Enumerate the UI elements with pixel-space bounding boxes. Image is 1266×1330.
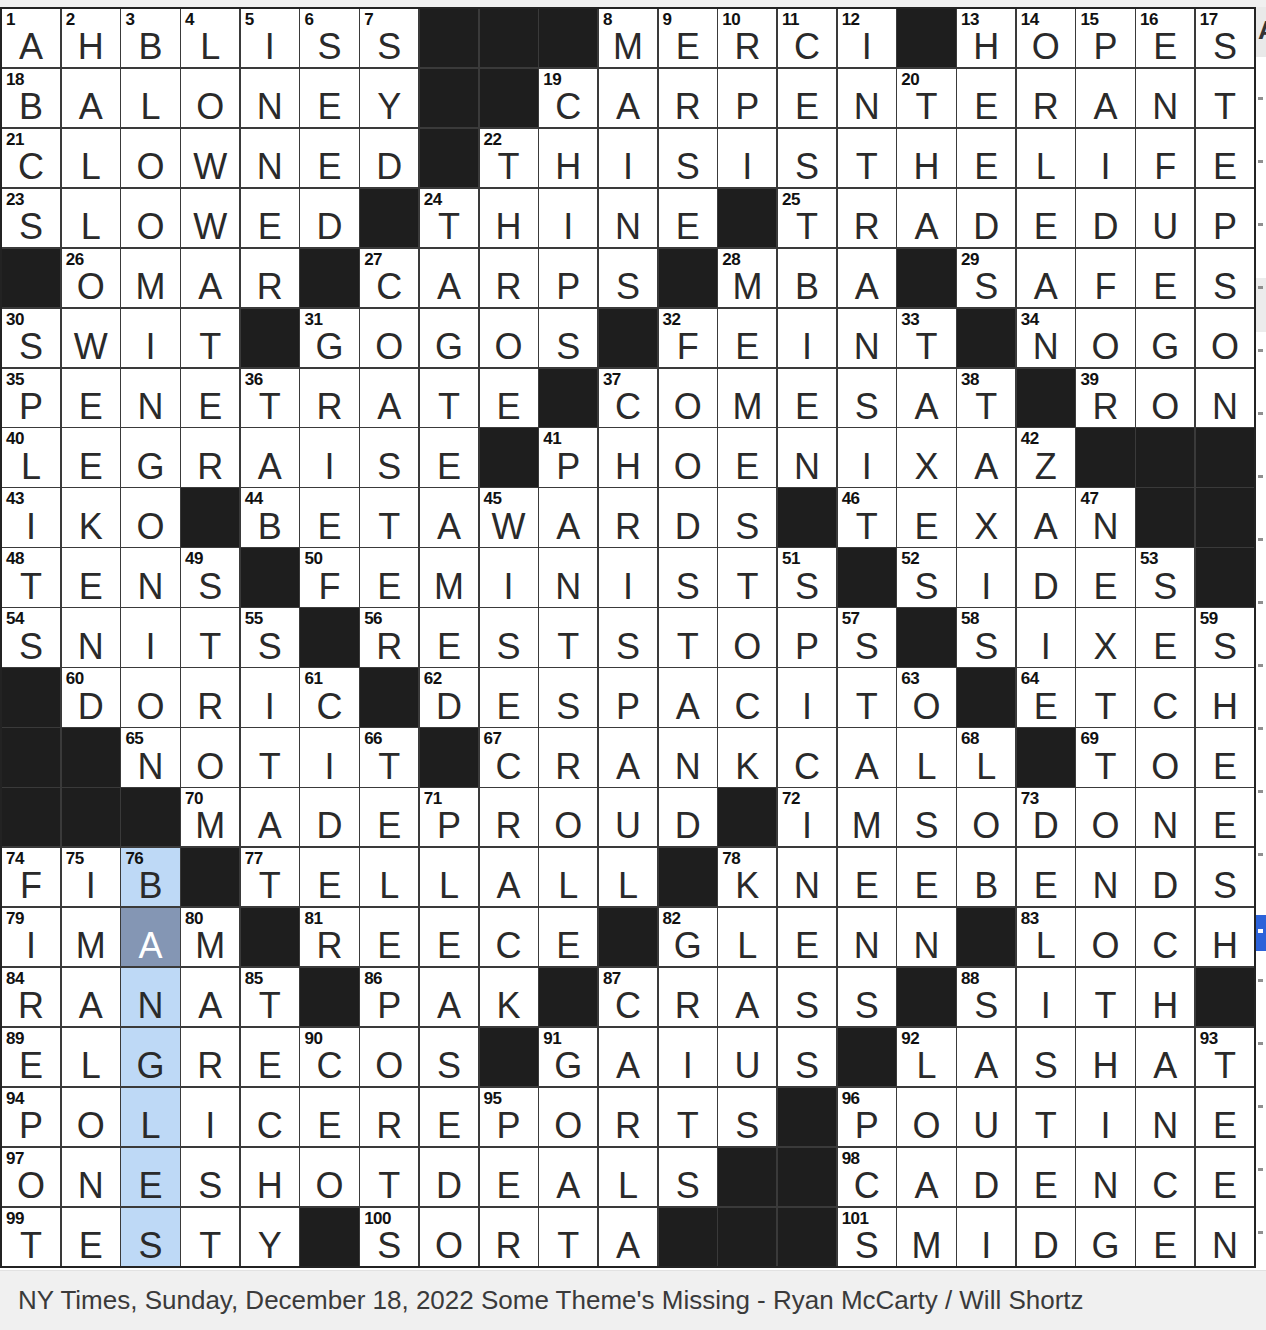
cell-r6c3[interactable]: I bbox=[121, 309, 179, 367]
cell-r17c18[interactable]: I bbox=[1017, 968, 1075, 1026]
cell-r15c8[interactable]: L bbox=[420, 848, 478, 906]
cell-r2c20[interactable]: N bbox=[1136, 69, 1194, 127]
cell-r2c6[interactable]: E bbox=[300, 69, 358, 127]
cell-r13c11[interactable]: A bbox=[599, 728, 657, 786]
cell-r21c20[interactable]: E bbox=[1136, 1208, 1194, 1266]
cell-r21c1[interactable]: 99T bbox=[2, 1208, 60, 1266]
cell-r11c7[interactable]: 56R bbox=[360, 608, 418, 666]
cell-r5c18[interactable]: A bbox=[1017, 249, 1075, 307]
cell-r8c6[interactable]: I bbox=[300, 428, 358, 486]
cell-r14c11[interactable]: U bbox=[599, 788, 657, 846]
cell-r12c14[interactable]: I bbox=[778, 668, 836, 726]
cell-r10c1[interactable]: 48T bbox=[2, 548, 60, 606]
cell-r2c10[interactable]: 19C bbox=[539, 69, 597, 127]
cell-r11c14[interactable]: P bbox=[778, 608, 836, 666]
cell-r17c20[interactable]: H bbox=[1136, 968, 1194, 1026]
cell-r14c16[interactable]: S bbox=[897, 788, 955, 846]
cell-r13c12[interactable]: N bbox=[659, 728, 717, 786]
cell-r19c9[interactable]: 95P bbox=[480, 1088, 538, 1146]
cell-r19c10[interactable]: O bbox=[539, 1088, 597, 1146]
cell-r1c1[interactable]: 1A bbox=[2, 9, 60, 67]
cell-r18c13[interactable]: U bbox=[718, 1028, 776, 1086]
cell-r8c14[interactable]: N bbox=[778, 428, 836, 486]
cell-r8c13[interactable]: E bbox=[718, 428, 776, 486]
cell-r2c21[interactable]: T bbox=[1196, 69, 1254, 127]
cell-r17c3[interactable]: N bbox=[121, 968, 179, 1026]
cell-r21c21[interactable]: N bbox=[1196, 1208, 1254, 1266]
cell-r18c1[interactable]: 89E bbox=[2, 1028, 60, 1086]
cell-r1c18[interactable]: 14O bbox=[1017, 9, 1075, 67]
cell-r7c8[interactable]: T bbox=[420, 369, 478, 427]
cell-r13c5[interactable]: T bbox=[241, 728, 299, 786]
cell-r20c12[interactable]: S bbox=[659, 1148, 717, 1206]
cell-r11c4[interactable]: T bbox=[181, 608, 239, 666]
cell-r4c19[interactable]: D bbox=[1076, 189, 1134, 247]
cell-r21c8[interactable]: O bbox=[420, 1208, 478, 1266]
cell-r21c18[interactable]: D bbox=[1017, 1208, 1075, 1266]
cell-r14c21[interactable]: E bbox=[1196, 788, 1254, 846]
cell-r19c2[interactable]: O bbox=[62, 1088, 120, 1146]
cell-r5c9[interactable]: R bbox=[480, 249, 538, 307]
cell-r12c9[interactable]: E bbox=[480, 668, 538, 726]
cell-r16c21[interactable]: H bbox=[1196, 908, 1254, 966]
cell-r9c12[interactable]: D bbox=[659, 488, 717, 546]
cell-r4c20[interactable]: U bbox=[1136, 189, 1194, 247]
cell-r12c16[interactable]: 63O bbox=[897, 668, 955, 726]
cell-r7c13[interactable]: M bbox=[718, 369, 776, 427]
cell-r13c20[interactable]: O bbox=[1136, 728, 1194, 786]
cell-r6c13[interactable]: E bbox=[718, 309, 776, 367]
cell-r6c7[interactable]: O bbox=[360, 309, 418, 367]
cell-r17c5[interactable]: 85T bbox=[241, 968, 299, 1026]
cell-r7c11[interactable]: 37C bbox=[599, 369, 657, 427]
cell-r14c14[interactable]: 72I bbox=[778, 788, 836, 846]
cell-r4c11[interactable]: N bbox=[599, 189, 657, 247]
cell-r19c20[interactable]: N bbox=[1136, 1088, 1194, 1146]
cell-r14c4[interactable]: 70M bbox=[181, 788, 239, 846]
cell-r20c10[interactable]: A bbox=[539, 1148, 597, 1206]
cell-r2c11[interactable]: A bbox=[599, 69, 657, 127]
cell-r8c1[interactable]: 40L bbox=[2, 428, 60, 486]
cell-r13c3[interactable]: 65N bbox=[121, 728, 179, 786]
cell-r7c20[interactable]: O bbox=[1136, 369, 1194, 427]
cell-r19c11[interactable]: R bbox=[599, 1088, 657, 1146]
cell-r15c18[interactable]: E bbox=[1017, 848, 1075, 906]
cell-r5c17[interactable]: 29S bbox=[957, 249, 1015, 307]
cell-r17c1[interactable]: 84R bbox=[2, 968, 60, 1026]
cell-r6c6[interactable]: 31G bbox=[300, 309, 358, 367]
cell-r2c2[interactable]: A bbox=[62, 69, 120, 127]
cell-r14c9[interactable]: R bbox=[480, 788, 538, 846]
cell-r3c12[interactable]: S bbox=[659, 129, 717, 187]
cell-r13c6[interactable]: I bbox=[300, 728, 358, 786]
cell-r10c7[interactable]: E bbox=[360, 548, 418, 606]
cell-r13c4[interactable]: O bbox=[181, 728, 239, 786]
cell-r4c17[interactable]: D bbox=[957, 189, 1015, 247]
cell-r12c8[interactable]: 62D bbox=[420, 668, 478, 726]
cell-r16c19[interactable]: O bbox=[1076, 908, 1134, 966]
cell-r20c9[interactable]: E bbox=[480, 1148, 538, 1206]
cell-r11c11[interactable]: S bbox=[599, 608, 657, 666]
cell-r12c18[interactable]: 64E bbox=[1017, 668, 1075, 726]
cell-r19c16[interactable]: O bbox=[897, 1088, 955, 1146]
cell-r18c17[interactable]: A bbox=[957, 1028, 1015, 1086]
cell-r12c3[interactable]: O bbox=[121, 668, 179, 726]
cell-r14c12[interactable]: D bbox=[659, 788, 717, 846]
cell-r20c8[interactable]: D bbox=[420, 1148, 478, 1206]
cell-r2c14[interactable]: E bbox=[778, 69, 836, 127]
cell-r3c14[interactable]: S bbox=[778, 129, 836, 187]
cell-r16c7[interactable]: E bbox=[360, 908, 418, 966]
cell-r13c9[interactable]: 67C bbox=[480, 728, 538, 786]
cell-r4c9[interactable]: H bbox=[480, 189, 538, 247]
cell-r13c13[interactable]: K bbox=[718, 728, 776, 786]
cell-r4c14[interactable]: 25T bbox=[778, 189, 836, 247]
cell-r9c3[interactable]: O bbox=[121, 488, 179, 546]
cell-r1c14[interactable]: 11C bbox=[778, 9, 836, 67]
cell-r12c11[interactable]: P bbox=[599, 668, 657, 726]
cell-r8c7[interactable]: S bbox=[360, 428, 418, 486]
cell-r3c3[interactable]: O bbox=[121, 129, 179, 187]
cell-r4c21[interactable]: P bbox=[1196, 189, 1254, 247]
cell-r3c7[interactable]: D bbox=[360, 129, 418, 187]
cell-r10c16[interactable]: 52S bbox=[897, 548, 955, 606]
cell-r5c8[interactable]: A bbox=[420, 249, 478, 307]
cell-r12c6[interactable]: 61C bbox=[300, 668, 358, 726]
cell-r2c12[interactable]: R bbox=[659, 69, 717, 127]
cell-r12c13[interactable]: C bbox=[718, 668, 776, 726]
cell-r13c10[interactable]: R bbox=[539, 728, 597, 786]
cell-r3c10[interactable]: H bbox=[539, 129, 597, 187]
cell-r4c15[interactable]: R bbox=[838, 189, 896, 247]
cell-r19c12[interactable]: T bbox=[659, 1088, 717, 1146]
cell-r12c21[interactable]: H bbox=[1196, 668, 1254, 726]
cell-r9c15[interactable]: 46T bbox=[838, 488, 896, 546]
cell-r5c4[interactable]: A bbox=[181, 249, 239, 307]
cell-r3c17[interactable]: E bbox=[957, 129, 1015, 187]
cell-r16c1[interactable]: 79I bbox=[2, 908, 60, 966]
cell-r10c2[interactable]: E bbox=[62, 548, 120, 606]
cell-r8c8[interactable]: E bbox=[420, 428, 478, 486]
cell-r14c7[interactable]: E bbox=[360, 788, 418, 846]
cell-r21c3[interactable]: S bbox=[121, 1208, 179, 1266]
cell-r16c10[interactable]: E bbox=[539, 908, 597, 966]
cell-r11c20[interactable]: E bbox=[1136, 608, 1194, 666]
cell-r21c17[interactable]: I bbox=[957, 1208, 1015, 1266]
cell-r21c19[interactable]: G bbox=[1076, 1208, 1134, 1266]
cell-r3c19[interactable]: I bbox=[1076, 129, 1134, 187]
cell-r6c8[interactable]: G bbox=[420, 309, 478, 367]
cell-r17c8[interactable]: A bbox=[420, 968, 478, 1026]
cell-r11c9[interactable]: S bbox=[480, 608, 538, 666]
cell-r15c17[interactable]: B bbox=[957, 848, 1015, 906]
cell-r8c2[interactable]: E bbox=[62, 428, 120, 486]
cell-r21c11[interactable]: A bbox=[599, 1208, 657, 1266]
cell-r4c18[interactable]: E bbox=[1017, 189, 1075, 247]
cell-r1c20[interactable]: 16E bbox=[1136, 9, 1194, 67]
cell-r19c15[interactable]: 96P bbox=[838, 1088, 896, 1146]
cell-r17c12[interactable]: R bbox=[659, 968, 717, 1026]
cell-r15c15[interactable]: E bbox=[838, 848, 896, 906]
cell-r5c5[interactable]: R bbox=[241, 249, 299, 307]
cell-r6c14[interactable]: I bbox=[778, 309, 836, 367]
cell-r4c3[interactable]: O bbox=[121, 189, 179, 247]
cell-r7c12[interactable]: O bbox=[659, 369, 717, 427]
cell-r4c6[interactable]: D bbox=[300, 189, 358, 247]
cell-r3c2[interactable]: L bbox=[62, 129, 120, 187]
cell-r11c3[interactable]: I bbox=[121, 608, 179, 666]
cell-r8c12[interactable]: O bbox=[659, 428, 717, 486]
cell-r10c10[interactable]: N bbox=[539, 548, 597, 606]
cell-r9c6[interactable]: E bbox=[300, 488, 358, 546]
cell-r6c16[interactable]: 33T bbox=[897, 309, 955, 367]
cell-r7c21[interactable]: N bbox=[1196, 369, 1254, 427]
cell-r6c18[interactable]: 34N bbox=[1017, 309, 1075, 367]
cell-r10c3[interactable]: N bbox=[121, 548, 179, 606]
cell-r8c18[interactable]: 42Z bbox=[1017, 428, 1075, 486]
cell-r2c18[interactable]: R bbox=[1017, 69, 1075, 127]
cell-r18c4[interactable]: R bbox=[181, 1028, 239, 1086]
cell-r15c6[interactable]: E bbox=[300, 848, 358, 906]
cell-r14c6[interactable]: D bbox=[300, 788, 358, 846]
cell-r6c20[interactable]: G bbox=[1136, 309, 1194, 367]
cell-r3c11[interactable]: I bbox=[599, 129, 657, 187]
cell-r6c10[interactable]: S bbox=[539, 309, 597, 367]
cell-r20c16[interactable]: A bbox=[897, 1148, 955, 1206]
cell-r20c21[interactable]: E bbox=[1196, 1148, 1254, 1206]
cell-r12c19[interactable]: T bbox=[1076, 668, 1134, 726]
cell-r7c16[interactable]: A bbox=[897, 369, 955, 427]
cell-r6c19[interactable]: O bbox=[1076, 309, 1134, 367]
cell-r14c18[interactable]: 73D bbox=[1017, 788, 1075, 846]
cell-r6c4[interactable]: T bbox=[181, 309, 239, 367]
cell-r4c16[interactable]: A bbox=[897, 189, 955, 247]
cell-r18c21[interactable]: 93T bbox=[1196, 1028, 1254, 1086]
cell-r7c7[interactable]: A bbox=[360, 369, 418, 427]
cell-r17c4[interactable]: A bbox=[181, 968, 239, 1026]
cell-r9c18[interactable]: A bbox=[1017, 488, 1075, 546]
cell-r13c14[interactable]: C bbox=[778, 728, 836, 786]
cell-r12c15[interactable]: T bbox=[838, 668, 896, 726]
cell-r21c7[interactable]: 100S bbox=[360, 1208, 418, 1266]
cell-r10c6[interactable]: 50F bbox=[300, 548, 358, 606]
cell-r2c3[interactable]: L bbox=[121, 69, 179, 127]
cell-r16c15[interactable]: N bbox=[838, 908, 896, 966]
cell-r9c13[interactable]: S bbox=[718, 488, 776, 546]
cell-r17c14[interactable]: S bbox=[778, 968, 836, 1026]
cell-r16c6[interactable]: 81R bbox=[300, 908, 358, 966]
cell-r19c13[interactable]: S bbox=[718, 1088, 776, 1146]
cell-r4c4[interactable]: W bbox=[181, 189, 239, 247]
cell-r19c18[interactable]: T bbox=[1017, 1088, 1075, 1146]
cell-r11c19[interactable]: X bbox=[1076, 608, 1134, 666]
cell-r20c4[interactable]: S bbox=[181, 1148, 239, 1206]
cell-r9c16[interactable]: E bbox=[897, 488, 955, 546]
cell-r1c15[interactable]: 12I bbox=[838, 9, 896, 67]
cell-r7c5[interactable]: 36T bbox=[241, 369, 299, 427]
cell-r3c15[interactable]: T bbox=[838, 129, 896, 187]
cell-r7c2[interactable]: E bbox=[62, 369, 120, 427]
cell-r12c5[interactable]: I bbox=[241, 668, 299, 726]
cell-r2c7[interactable]: Y bbox=[360, 69, 418, 127]
cell-r16c3[interactable]: A bbox=[121, 908, 179, 966]
cell-r11c21[interactable]: 59S bbox=[1196, 608, 1254, 666]
cell-r5c7[interactable]: 27C bbox=[360, 249, 418, 307]
cell-r17c7[interactable]: 86P bbox=[360, 968, 418, 1026]
cell-r9c2[interactable]: K bbox=[62, 488, 120, 546]
cell-r16c13[interactable]: L bbox=[718, 908, 776, 966]
cell-r21c2[interactable]: E bbox=[62, 1208, 120, 1266]
cell-r11c8[interactable]: E bbox=[420, 608, 478, 666]
cell-r13c19[interactable]: 69T bbox=[1076, 728, 1134, 786]
cell-r1c5[interactable]: 5I bbox=[241, 9, 299, 67]
cell-r19c19[interactable]: I bbox=[1076, 1088, 1134, 1146]
cell-r6c21[interactable]: O bbox=[1196, 309, 1254, 367]
cell-r9c10[interactable]: A bbox=[539, 488, 597, 546]
cell-r9c19[interactable]: 47N bbox=[1076, 488, 1134, 546]
cell-r5c11[interactable]: S bbox=[599, 249, 657, 307]
cell-r6c1[interactable]: 30S bbox=[2, 309, 60, 367]
cell-r10c4[interactable]: 49S bbox=[181, 548, 239, 606]
cell-r16c16[interactable]: N bbox=[897, 908, 955, 966]
cell-r21c9[interactable]: R bbox=[480, 1208, 538, 1266]
cell-r11c1[interactable]: 54S bbox=[2, 608, 60, 666]
cell-r13c17[interactable]: 68L bbox=[957, 728, 1015, 786]
cell-r17c17[interactable]: 88S bbox=[957, 968, 1015, 1026]
cell-r19c8[interactable]: E bbox=[420, 1088, 478, 1146]
cell-r12c12[interactable]: A bbox=[659, 668, 717, 726]
cell-r7c9[interactable]: E bbox=[480, 369, 538, 427]
cell-r8c15[interactable]: I bbox=[838, 428, 896, 486]
cell-r10c13[interactable]: T bbox=[718, 548, 776, 606]
cell-r5c2[interactable]: 26O bbox=[62, 249, 120, 307]
cell-r20c20[interactable]: C bbox=[1136, 1148, 1194, 1206]
cell-r7c4[interactable]: E bbox=[181, 369, 239, 427]
cell-r7c3[interactable]: N bbox=[121, 369, 179, 427]
cell-r1c13[interactable]: 10R bbox=[718, 9, 776, 67]
cell-r21c4[interactable]: T bbox=[181, 1208, 239, 1266]
cell-r16c4[interactable]: 80M bbox=[181, 908, 239, 966]
cell-r13c15[interactable]: A bbox=[838, 728, 896, 786]
cell-r3c6[interactable]: E bbox=[300, 129, 358, 187]
cell-r2c16[interactable]: 20T bbox=[897, 69, 955, 127]
cell-r5c21[interactable]: S bbox=[1196, 249, 1254, 307]
cell-r7c6[interactable]: R bbox=[300, 369, 358, 427]
cell-r8c3[interactable]: G bbox=[121, 428, 179, 486]
cell-r17c15[interactable]: S bbox=[838, 968, 896, 1026]
cell-r13c21[interactable]: E bbox=[1196, 728, 1254, 786]
cell-r20c11[interactable]: L bbox=[599, 1148, 657, 1206]
cell-r6c15[interactable]: N bbox=[838, 309, 896, 367]
cell-r11c17[interactable]: 58S bbox=[957, 608, 1015, 666]
cell-r16c12[interactable]: 82G bbox=[659, 908, 717, 966]
cell-r20c19[interactable]: N bbox=[1076, 1148, 1134, 1206]
cell-r4c2[interactable]: L bbox=[62, 189, 120, 247]
cell-r18c20[interactable]: A bbox=[1136, 1028, 1194, 1086]
cell-r18c19[interactable]: H bbox=[1076, 1028, 1134, 1086]
cell-r5c14[interactable]: B bbox=[778, 249, 836, 307]
cell-r15c5[interactable]: 77T bbox=[241, 848, 299, 906]
cell-r1c3[interactable]: 3B bbox=[121, 9, 179, 67]
cell-r12c10[interactable]: S bbox=[539, 668, 597, 726]
cell-r15c20[interactable]: D bbox=[1136, 848, 1194, 906]
cell-r17c13[interactable]: A bbox=[718, 968, 776, 1026]
cell-r5c3[interactable]: M bbox=[121, 249, 179, 307]
cell-r14c20[interactable]: N bbox=[1136, 788, 1194, 846]
cell-r3c1[interactable]: 21C bbox=[2, 129, 60, 187]
cell-r16c8[interactable]: E bbox=[420, 908, 478, 966]
cell-r21c16[interactable]: M bbox=[897, 1208, 955, 1266]
cell-r4c12[interactable]: E bbox=[659, 189, 717, 247]
cell-r18c16[interactable]: 92L bbox=[897, 1028, 955, 1086]
cell-r10c14[interactable]: 51S bbox=[778, 548, 836, 606]
cell-r7c14[interactable]: E bbox=[778, 369, 836, 427]
cell-r2c15[interactable]: N bbox=[838, 69, 896, 127]
cell-r14c17[interactable]: O bbox=[957, 788, 1015, 846]
cell-r11c5[interactable]: 55S bbox=[241, 608, 299, 666]
cell-r19c21[interactable]: E bbox=[1196, 1088, 1254, 1146]
cell-r19c4[interactable]: I bbox=[181, 1088, 239, 1146]
cell-r18c6[interactable]: 90C bbox=[300, 1028, 358, 1086]
cell-r18c7[interactable]: O bbox=[360, 1028, 418, 1086]
cell-r8c10[interactable]: 41P bbox=[539, 428, 597, 486]
cell-r1c17[interactable]: 13H bbox=[957, 9, 1015, 67]
cell-r20c15[interactable]: 98C bbox=[838, 1148, 896, 1206]
cell-r7c17[interactable]: 38T bbox=[957, 369, 1015, 427]
cell-r3c5[interactable]: N bbox=[241, 129, 299, 187]
cell-r10c17[interactable]: I bbox=[957, 548, 1015, 606]
cell-r18c2[interactable]: L bbox=[62, 1028, 120, 1086]
cell-r3c9[interactable]: 22T bbox=[480, 129, 538, 187]
cell-r10c12[interactable]: S bbox=[659, 548, 717, 606]
cell-r15c13[interactable]: 78K bbox=[718, 848, 776, 906]
cell-r1c2[interactable]: 2H bbox=[62, 9, 120, 67]
cell-r5c20[interactable]: E bbox=[1136, 249, 1194, 307]
cell-r11c2[interactable]: N bbox=[62, 608, 120, 666]
cell-r13c7[interactable]: 66T bbox=[360, 728, 418, 786]
cell-r4c10[interactable]: I bbox=[539, 189, 597, 247]
cell-r12c20[interactable]: C bbox=[1136, 668, 1194, 726]
cell-r18c5[interactable]: E bbox=[241, 1028, 299, 1086]
cell-r19c5[interactable]: C bbox=[241, 1088, 299, 1146]
cell-r8c4[interactable]: R bbox=[181, 428, 239, 486]
cell-r11c18[interactable]: I bbox=[1017, 608, 1075, 666]
cell-r18c3[interactable]: G bbox=[121, 1028, 179, 1086]
cell-r14c10[interactable]: O bbox=[539, 788, 597, 846]
cell-r15c16[interactable]: E bbox=[897, 848, 955, 906]
cell-r2c1[interactable]: 18B bbox=[2, 69, 60, 127]
cell-r17c11[interactable]: 87C bbox=[599, 968, 657, 1026]
cell-r10c20[interactable]: 53S bbox=[1136, 548, 1194, 606]
cell-r4c8[interactable]: 24T bbox=[420, 189, 478, 247]
cell-r19c7[interactable]: R bbox=[360, 1088, 418, 1146]
cell-r15c21[interactable]: S bbox=[1196, 848, 1254, 906]
cell-r9c5[interactable]: 44B bbox=[241, 488, 299, 546]
cell-r1c4[interactable]: 4L bbox=[181, 9, 239, 67]
cell-r11c10[interactable]: T bbox=[539, 608, 597, 666]
cell-r20c3[interactable]: E bbox=[121, 1148, 179, 1206]
cell-r15c1[interactable]: 74F bbox=[2, 848, 60, 906]
cell-r9c9[interactable]: 45W bbox=[480, 488, 538, 546]
cell-r15c9[interactable]: A bbox=[480, 848, 538, 906]
cell-r11c15[interactable]: 57S bbox=[838, 608, 896, 666]
cell-r10c11[interactable]: I bbox=[599, 548, 657, 606]
cell-r1c12[interactable]: 9E bbox=[659, 9, 717, 67]
cell-r14c8[interactable]: 71P bbox=[420, 788, 478, 846]
cell-r3c21[interactable]: E bbox=[1196, 129, 1254, 187]
cell-r20c18[interactable]: E bbox=[1017, 1148, 1075, 1206]
cell-r17c19[interactable]: T bbox=[1076, 968, 1134, 1026]
